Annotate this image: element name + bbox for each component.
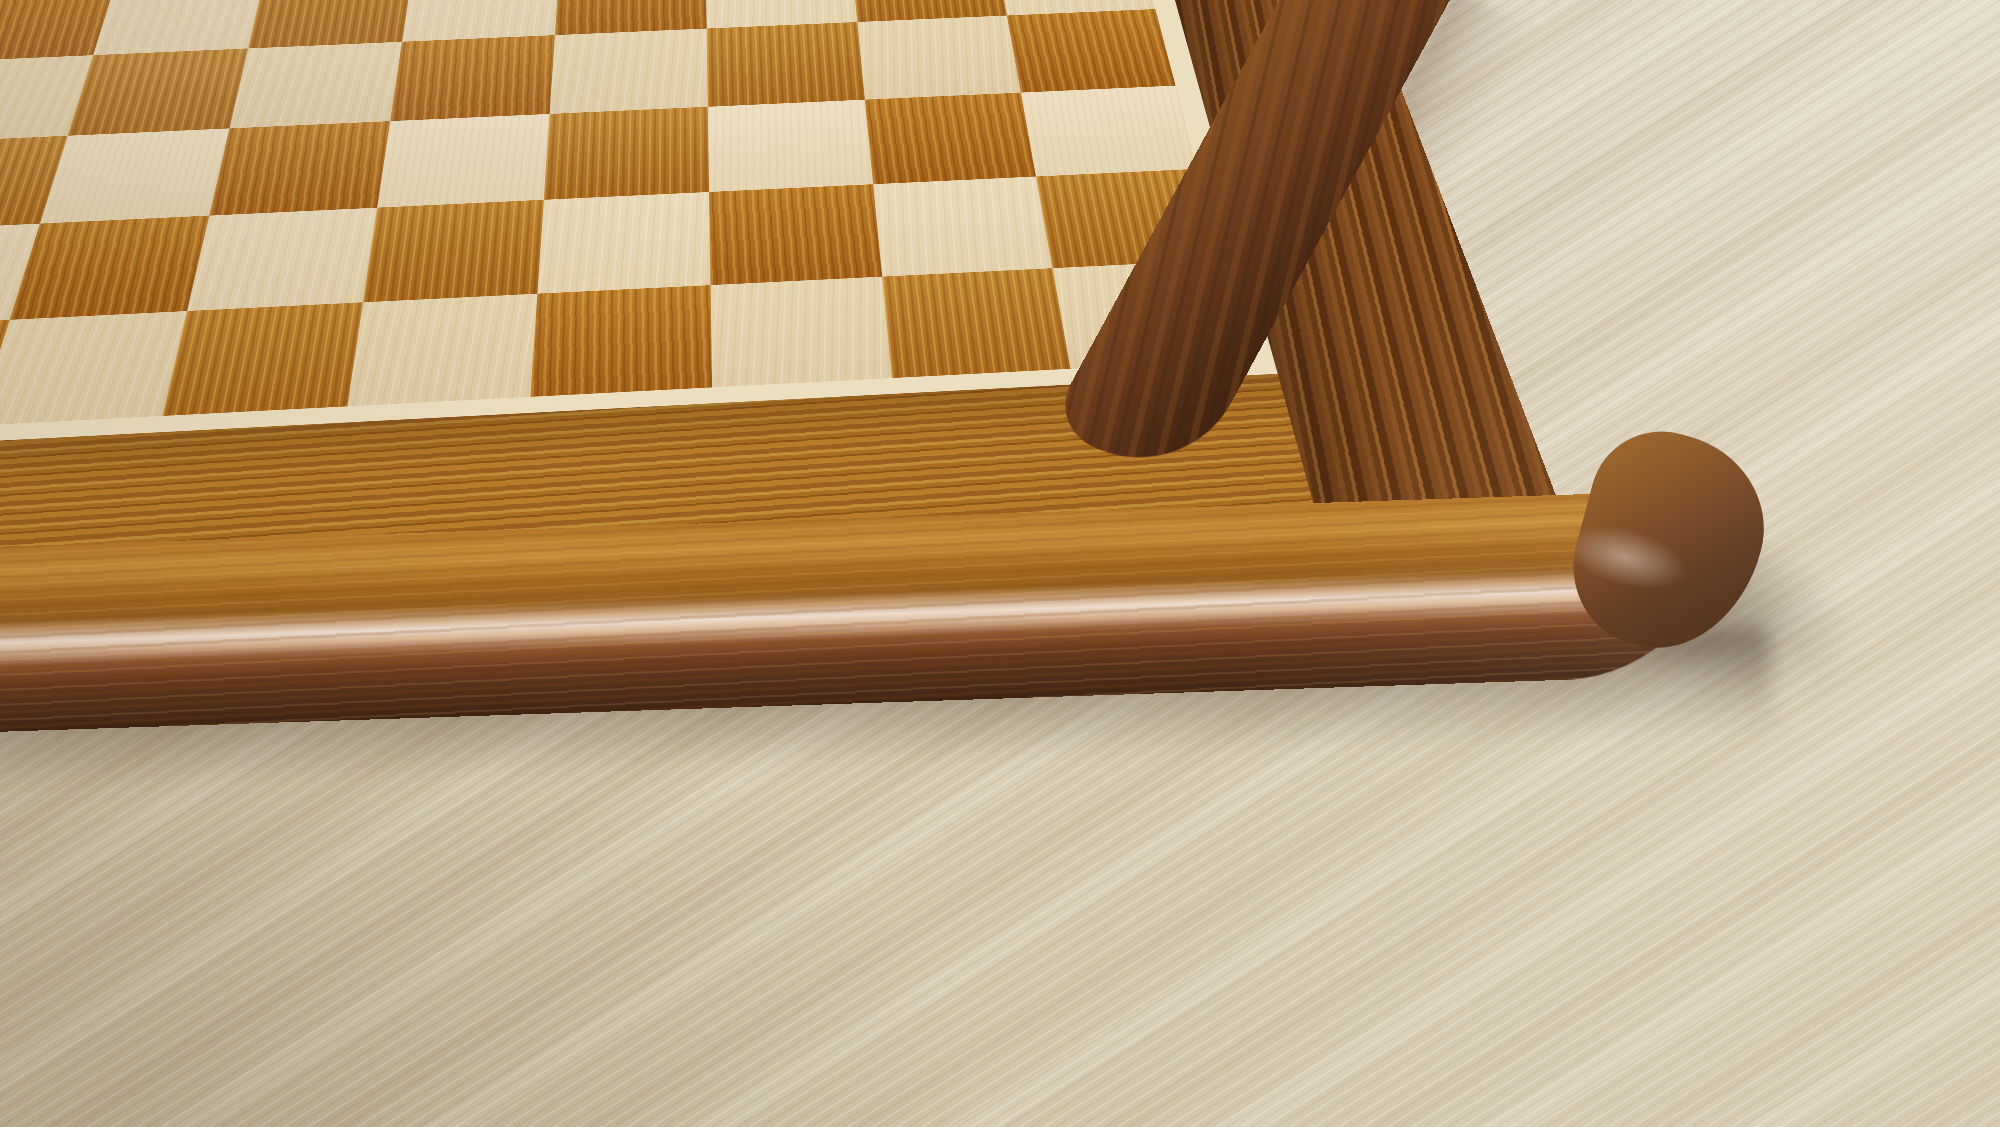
square-c5 bbox=[248, 0, 413, 48]
table-surface bbox=[0, 0, 2000, 1127]
square-b2 bbox=[10, 216, 210, 320]
square-e2 bbox=[537, 192, 710, 294]
square-g3 bbox=[865, 93, 1036, 185]
square-f1 bbox=[710, 277, 892, 388]
board-grid bbox=[0, 0, 1247, 435]
square-c4 bbox=[229, 42, 402, 129]
square-d1 bbox=[347, 294, 537, 407]
square-e4 bbox=[550, 29, 708, 114]
square-g2 bbox=[873, 177, 1052, 277]
square-d2 bbox=[363, 200, 544, 303]
square-f3 bbox=[708, 100, 873, 192]
square-c3 bbox=[209, 121, 390, 215]
square-c2 bbox=[187, 208, 377, 311]
square-f2 bbox=[709, 184, 882, 285]
square-h3 bbox=[1021, 86, 1198, 177]
square-h4 bbox=[1007, 9, 1176, 93]
square-f4 bbox=[707, 22, 865, 107]
square-d3 bbox=[377, 114, 549, 208]
square-g4 bbox=[857, 16, 1020, 100]
square-b4 bbox=[68, 48, 248, 135]
square-c1 bbox=[163, 302, 363, 416]
square-b3 bbox=[40, 128, 230, 223]
square-b5 bbox=[93, 0, 265, 55]
square-g1 bbox=[882, 268, 1070, 378]
square-d4 bbox=[390, 35, 555, 121]
square-e1 bbox=[530, 285, 712, 397]
square-b1 bbox=[0, 311, 187, 426]
square-e3 bbox=[544, 107, 709, 200]
